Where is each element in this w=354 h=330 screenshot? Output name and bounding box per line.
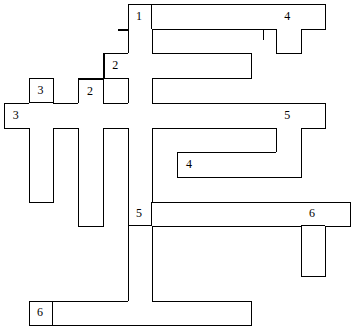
cell-r0-c7[interactable] [177,4,203,30]
cell-r0-c8[interactable] [202,4,228,30]
cell-r4-c11[interactable]: 5 [276,103,302,129]
cell-r1-c5[interactable] [128,29,154,55]
cell-r0-c10[interactable] [251,4,277,30]
cell-r5-c5[interactable] [128,128,154,154]
cell-r6-c1[interactable] [29,152,55,178]
cell-r6-c7[interactable]: 4 [177,152,203,178]
cell-r6-c10[interactable] [251,152,277,178]
cell-r4-c8[interactable] [202,103,228,129]
clue-number: 3 [29,78,53,101]
cell-r6-c3[interactable] [78,152,104,178]
stray-mark [263,30,265,40]
clue-number: 2 [104,53,127,77]
clue-number: 2 [78,79,102,102]
cell-r12-c3[interactable] [78,301,104,327]
cell-r12-c2[interactable] [53,301,79,327]
cell-r8-c11[interactable] [276,202,302,228]
cell-r12-c8[interactable] [202,301,228,327]
clue-number: 1 [128,4,151,28]
cell-r6-c11[interactable] [276,152,302,178]
cell-r8-c12[interactable]: 6 [301,202,327,228]
cell-r8-c9[interactable] [226,202,252,228]
cell-r11-c5[interactable] [128,276,154,302]
cell-r3-c3[interactable]: 2 [78,78,104,104]
cell-r4-c6[interactable] [152,103,178,129]
cell-r7-c1[interactable] [29,177,55,203]
cell-r6-c9[interactable] [226,152,252,178]
cell-r1-c11[interactable] [276,29,302,55]
cell-r8-c8[interactable] [202,202,228,228]
cell-r8-c3[interactable] [78,202,104,228]
cell-r8-c13[interactable] [325,202,351,228]
cell-r12-c1[interactable]: 6 [29,301,55,327]
cell-r3-c5[interactable] [128,78,154,104]
cell-r0-c11[interactable]: 4 [276,4,302,30]
cell-r6-c5[interactable] [128,152,154,178]
cell-r4-c12[interactable] [301,103,327,129]
cell-r6-c8[interactable] [202,152,228,178]
cell-r0-c12[interactable] [301,4,327,30]
clue-number: 4 [275,4,300,28]
cell-r5-c3[interactable] [78,128,104,154]
cell-r4-c0[interactable]: 3 [4,103,30,129]
cell-r8-c6[interactable] [152,202,178,228]
cell-r9-c5[interactable] [128,226,154,252]
cell-r8-c5[interactable]: 5 [128,202,154,228]
cell-r10-c5[interactable] [128,251,154,277]
clue-number: 3 [4,103,28,127]
cell-r4-c3[interactable] [78,103,104,129]
cell-r2-c8[interactable] [202,53,228,79]
cell-r4-c4[interactable] [103,103,129,129]
clue-number: 6 [29,301,52,325]
cell-r2-c4[interactable]: 2 [103,53,129,79]
clue-number: 6 [300,202,325,225]
cell-r9-c12[interactable] [301,226,327,252]
cell-r2-c7[interactable] [177,53,203,79]
cell-r4-c2[interactable] [53,103,79,129]
cell-r4-c9[interactable] [226,103,252,129]
cell-r2-c9[interactable] [226,53,252,79]
cell-r0-c9[interactable] [226,4,252,30]
cell-r4-c1[interactable] [29,103,55,129]
cell-r0-c6[interactable] [152,4,178,30]
cell-r4-c5[interactable] [128,103,154,129]
cell-r2-c5[interactable] [128,53,154,79]
crossword-board: 14232354566 [0,0,354,330]
cell-r8-c10[interactable] [251,202,277,228]
cell-r7-c5[interactable] [128,177,154,203]
cell-r12-c9[interactable] [226,301,252,327]
cell-r12-c5[interactable] [128,301,154,327]
cell-r4-c10[interactable] [251,103,277,129]
cell-r12-c7[interactable] [177,301,203,327]
cell-r0-c5[interactable]: 1 [128,4,154,30]
clue-number: 5 [275,103,300,127]
cell-r8-c7[interactable] [177,202,203,228]
cell-r12-c6[interactable] [152,301,178,327]
cell-r5-c1[interactable] [29,128,55,154]
clue-number: 5 [128,201,151,225]
cell-r5-c11[interactable] [276,128,302,154]
cell-r2-c6[interactable] [152,53,178,79]
cell-r4-c7[interactable] [177,103,203,129]
cell-r12-c4[interactable] [103,301,129,327]
cell-r10-c12[interactable] [301,251,327,277]
cell-r3-c1[interactable]: 3 [29,78,55,104]
clue-number: 4 [177,152,201,176]
cell-r7-c3[interactable] [78,177,104,203]
stray-mark [118,29,128,32]
